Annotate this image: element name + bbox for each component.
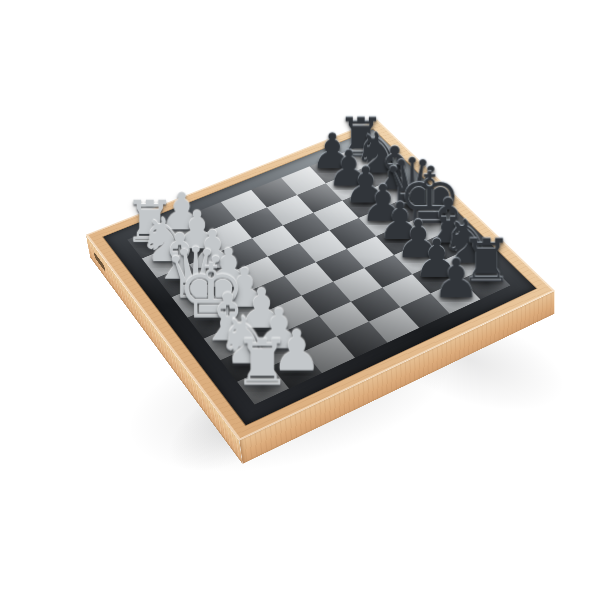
rook-glyph: ♜ [213, 331, 312, 395]
board-top-face: ♜♞♝♛♚♝♞♜♟♟♟♟♟♟♟♟♟♟♟♟♟♟♟♟♜♞♝♛♚♝♞♜ [86, 119, 555, 440]
product-photo-stage: ♜♞♝♛♚♝♞♜♟♟♟♟♟♟♟♟♟♟♟♟♟♟♟♟♜♞♝♛♚♝♞♜ [0, 0, 600, 600]
scene: ♜♞♝♛♚♝♞♜♟♟♟♟♟♟♟♟♟♟♟♟♟♟♟♟♜♞♝♛♚♝♞♜ [0, 0, 600, 600]
chess-box: ♜♞♝♛♚♝♞♜♟♟♟♟♟♟♟♟♟♟♟♟♟♟♟♟♜♞♝♛♚♝♞♜ [90, 141, 555, 464]
